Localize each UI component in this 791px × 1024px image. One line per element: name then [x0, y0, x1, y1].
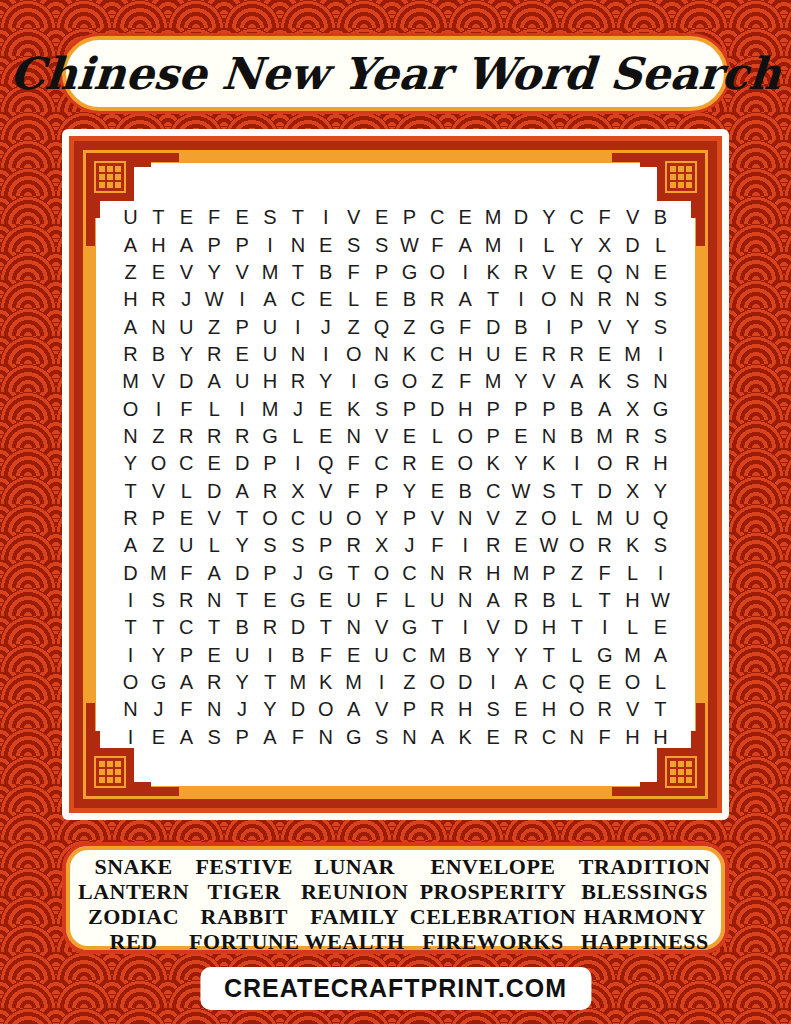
grid-cell[interactable]: D — [507, 204, 535, 231]
grid-cell[interactable]: C — [284, 286, 312, 313]
grid-cell[interactable]: N — [144, 313, 172, 340]
grid-cell[interactable]: O — [340, 341, 368, 368]
grid-cell[interactable]: I — [228, 395, 256, 422]
grid-cell[interactable]: L — [172, 477, 200, 504]
grid-cell[interactable]: Y — [563, 231, 591, 258]
grid-cell[interactable]: S — [535, 477, 563, 504]
grid-cell[interactable]: H — [451, 696, 479, 723]
grid-cell[interactable]: Z — [507, 505, 535, 532]
grid-cell[interactable]: O — [256, 505, 284, 532]
grid-cell[interactable]: F — [340, 259, 368, 286]
grid-cell[interactable]: U — [117, 204, 145, 231]
grid-cell[interactable]: A — [117, 231, 145, 258]
grid-cell[interactable]: P — [396, 696, 424, 723]
grid-cell[interactable]: F — [312, 642, 340, 669]
grid-cell[interactable]: P — [172, 642, 200, 669]
grid-cell[interactable]: G — [396, 614, 424, 641]
grid-cell[interactable]: N — [396, 724, 424, 751]
grid-cell[interactable]: T — [340, 559, 368, 586]
grid-cell[interactable]: G — [312, 559, 340, 586]
grid-cell[interactable]: R — [619, 423, 647, 450]
grid-cell[interactable]: U — [256, 313, 284, 340]
grid-cell[interactable]: I — [340, 368, 368, 395]
grid-cell[interactable]: L — [200, 395, 228, 422]
grid-cell[interactable]: D — [117, 559, 145, 586]
grid-cell[interactable]: C — [172, 450, 200, 477]
grid-cell[interactable]: V — [619, 696, 647, 723]
grid-cell[interactable]: H — [117, 286, 145, 313]
grid-cell[interactable]: S — [647, 423, 675, 450]
grid-cell[interactable]: T — [312, 614, 340, 641]
grid-cell[interactable]: T — [647, 696, 675, 723]
grid-cell[interactable]: R — [396, 450, 424, 477]
grid-cell[interactable]: L — [284, 423, 312, 450]
grid-cell[interactable]: R — [591, 286, 619, 313]
grid-cell[interactable]: E — [591, 669, 619, 696]
grid-cell[interactable]: O — [423, 259, 451, 286]
grid-cell[interactable]: N — [535, 423, 563, 450]
grid-cell[interactable]: G — [256, 423, 284, 450]
grid-cell[interactable]: N — [284, 231, 312, 258]
grid-cell[interactable]: T — [423, 614, 451, 641]
grid-cell[interactable]: L — [647, 669, 675, 696]
grid-cell[interactable]: C — [423, 204, 451, 231]
grid-cell[interactable]: S — [647, 532, 675, 559]
grid-cell[interactable]: O — [591, 450, 619, 477]
grid-cell[interactable]: C — [284, 505, 312, 532]
grid-cell[interactable]: E — [507, 696, 535, 723]
grid-cell[interactable]: R — [563, 341, 591, 368]
grid-cell[interactable]: A — [172, 669, 200, 696]
grid-cell[interactable]: O — [451, 423, 479, 450]
grid-cell[interactable]: U — [312, 505, 340, 532]
grid-cell[interactable]: E — [451, 204, 479, 231]
grid-cell[interactable]: X — [619, 395, 647, 422]
grid-cell[interactable]: A — [507, 669, 535, 696]
grid-cell[interactable]: O — [117, 395, 145, 422]
grid-cell[interactable]: R — [507, 259, 535, 286]
grid-cell[interactable]: A — [228, 477, 256, 504]
grid-cell[interactable]: E — [228, 341, 256, 368]
grid-cell[interactable]: B — [144, 341, 172, 368]
grid-cell[interactable]: Y — [507, 368, 535, 395]
grid-cell[interactable]: B — [312, 259, 340, 286]
grid-cell[interactable]: V — [368, 696, 396, 723]
grid-cell[interactable]: E — [647, 614, 675, 641]
grid-cell[interactable]: R — [172, 587, 200, 614]
grid-cell[interactable]: Y — [479, 642, 507, 669]
grid-cell[interactable]: F — [284, 724, 312, 751]
grid-cell[interactable]: R — [256, 477, 284, 504]
grid-cell[interactable]: E — [423, 477, 451, 504]
grid-cell[interactable]: U — [340, 587, 368, 614]
grid-cell[interactable]: P — [535, 559, 563, 586]
grid-cell[interactable]: Z — [200, 313, 228, 340]
grid-cell[interactable]: X — [368, 532, 396, 559]
grid-cell[interactable]: R — [507, 724, 535, 751]
grid-cell[interactable]: K — [619, 532, 647, 559]
grid-cell[interactable]: K — [591, 368, 619, 395]
grid-cell[interactable]: Q — [647, 505, 675, 532]
grid-cell[interactable]: I — [284, 313, 312, 340]
grid-cell[interactable]: H — [451, 341, 479, 368]
grid-cell[interactable]: I — [117, 587, 145, 614]
grid-cell[interactable]: K — [479, 450, 507, 477]
grid-cell[interactable]: C — [396, 642, 424, 669]
grid-cell[interactable]: V — [368, 614, 396, 641]
grid-cell[interactable]: D — [619, 231, 647, 258]
grid-cell[interactable]: I — [647, 341, 675, 368]
grid-cell[interactable]: A — [451, 286, 479, 313]
grid-cell[interactable]: L — [563, 505, 591, 532]
grid-cell[interactable]: E — [312, 286, 340, 313]
grid-cell[interactable]: U — [172, 313, 200, 340]
grid-cell[interactable]: Z — [144, 532, 172, 559]
grid-cell[interactable]: P — [479, 423, 507, 450]
grid-cell[interactable]: N — [451, 505, 479, 532]
grid-cell[interactable]: R — [507, 587, 535, 614]
grid-cell[interactable]: E — [340, 642, 368, 669]
grid-cell[interactable]: G — [396, 259, 424, 286]
grid-cell[interactable]: J — [284, 559, 312, 586]
grid-cell[interactable]: N — [200, 587, 228, 614]
grid-cell[interactable]: E — [172, 505, 200, 532]
grid-cell[interactable]: Q — [312, 450, 340, 477]
grid-cell[interactable]: W — [396, 231, 424, 258]
grid-cell[interactable]: X — [284, 477, 312, 504]
grid-cell[interactable]: V — [228, 259, 256, 286]
grid-cell[interactable]: G — [340, 724, 368, 751]
grid-cell[interactable]: E — [312, 423, 340, 450]
grid-cell[interactable]: C — [172, 614, 200, 641]
grid-cell[interactable]: P — [368, 477, 396, 504]
grid-cell[interactable]: B — [563, 395, 591, 422]
grid-cell[interactable]: F — [591, 724, 619, 751]
grid-cell[interactable]: O — [340, 505, 368, 532]
grid-cell[interactable]: I — [563, 450, 591, 477]
grid-cell[interactable]: E — [144, 724, 172, 751]
grid-cell[interactable]: M — [423, 642, 451, 669]
grid-cell[interactable]: W — [647, 587, 675, 614]
grid-cell[interactable]: E — [368, 204, 396, 231]
grid-cell[interactable]: R — [451, 559, 479, 586]
grid-cell[interactable]: F — [200, 204, 228, 231]
grid-cell[interactable]: P — [535, 395, 563, 422]
grid-cell[interactable]: J — [228, 696, 256, 723]
grid-cell[interactable]: V — [312, 477, 340, 504]
grid-cell[interactable]: I — [284, 450, 312, 477]
grid-cell[interactable]: T — [563, 477, 591, 504]
grid-cell[interactable]: I — [451, 259, 479, 286]
grid-cell[interactable]: E — [312, 231, 340, 258]
grid-cell[interactable]: O — [535, 286, 563, 313]
grid-cell[interactable]: C — [396, 559, 424, 586]
grid-cell[interactable]: U — [423, 587, 451, 614]
grid-cell[interactable]: F — [451, 313, 479, 340]
grid-cell[interactable]: J — [284, 395, 312, 422]
grid-cell[interactable]: I — [144, 395, 172, 422]
grid-cell[interactable]: P — [396, 505, 424, 532]
grid-cell[interactable]: K — [535, 450, 563, 477]
grid-cell[interactable]: Z — [423, 368, 451, 395]
grid-cell[interactable]: Y — [507, 450, 535, 477]
grid-cell[interactable]: C — [535, 724, 563, 751]
grid-cell[interactable]: I — [535, 313, 563, 340]
grid-cell[interactable]: B — [451, 477, 479, 504]
grid-cell[interactable]: S — [144, 587, 172, 614]
grid-cell[interactable]: Y — [396, 477, 424, 504]
grid-cell[interactable]: F — [591, 204, 619, 231]
grid-cell[interactable]: T — [117, 477, 145, 504]
grid-cell[interactable]: F — [451, 368, 479, 395]
grid-cell[interactable]: F — [340, 450, 368, 477]
grid-cell[interactable]: I — [479, 669, 507, 696]
grid-cell[interactable]: T — [144, 204, 172, 231]
grid-cell[interactable]: P — [228, 231, 256, 258]
grid-cell[interactable]: L — [563, 642, 591, 669]
grid-cell[interactable]: T — [256, 669, 284, 696]
grid-cell[interactable]: M — [619, 341, 647, 368]
grid-cell[interactable]: Y — [172, 341, 200, 368]
grid-cell[interactable]: Y — [368, 505, 396, 532]
grid-cell[interactable]: N — [563, 724, 591, 751]
grid-cell[interactable]: V — [619, 204, 647, 231]
grid-cell[interactable]: Z — [144, 423, 172, 450]
grid-cell[interactable]: B — [284, 642, 312, 669]
grid-cell[interactable]: Y — [144, 642, 172, 669]
grid-cell[interactable]: I — [117, 724, 145, 751]
grid-cell[interactable]: L — [563, 587, 591, 614]
grid-cell[interactable]: E — [312, 395, 340, 422]
grid-cell[interactable]: H — [619, 587, 647, 614]
grid-cell[interactable]: F — [368, 587, 396, 614]
grid-cell[interactable]: T — [228, 505, 256, 532]
grid-cell[interactable]: V — [479, 505, 507, 532]
grid-cell[interactable]: H — [451, 395, 479, 422]
grid-cell[interactable]: Z — [117, 259, 145, 286]
grid-cell[interactable]: D — [284, 614, 312, 641]
grid-cell[interactable]: E — [172, 204, 200, 231]
grid-cell[interactable]: R — [117, 505, 145, 532]
grid-cell[interactable]: O — [535, 505, 563, 532]
grid-cell[interactable]: O — [563, 532, 591, 559]
grid-cell[interactable]: E — [368, 286, 396, 313]
grid-cell[interactable]: D — [228, 450, 256, 477]
grid-cell[interactable]: C — [479, 477, 507, 504]
grid-cell[interactable]: N — [340, 614, 368, 641]
grid-cell[interactable]: R — [144, 286, 172, 313]
grid-cell[interactable]: P — [228, 313, 256, 340]
grid-cell[interactable]: L — [340, 286, 368, 313]
grid-cell[interactable]: D — [172, 368, 200, 395]
grid-cell[interactable]: N — [340, 423, 368, 450]
grid-cell[interactable]: R — [200, 423, 228, 450]
grid-cell[interactable]: L — [619, 559, 647, 586]
grid-cell[interactable]: T — [117, 614, 145, 641]
grid-cell[interactable]: H — [619, 724, 647, 751]
grid-cell[interactable]: L — [619, 614, 647, 641]
grid-cell[interactable]: P — [368, 259, 396, 286]
grid-cell[interactable]: T — [228, 587, 256, 614]
grid-cell[interactable]: E — [563, 259, 591, 286]
grid-cell[interactable]: K — [451, 724, 479, 751]
grid-cell[interactable]: K — [312, 669, 340, 696]
grid-cell[interactable]: B — [228, 614, 256, 641]
grid-cell[interactable]: S — [368, 231, 396, 258]
grid-cell[interactable]: K — [396, 341, 424, 368]
grid-cell[interactable]: M — [256, 395, 284, 422]
grid-cell[interactable]: L — [647, 231, 675, 258]
grid-cell[interactable]: I — [228, 286, 256, 313]
grid-cell[interactable]: I — [591, 614, 619, 641]
grid-cell[interactable]: H — [479, 559, 507, 586]
grid-cell[interactable]: F — [423, 231, 451, 258]
grid-cell[interactable]: R — [228, 423, 256, 450]
grid-cell[interactable]: E — [591, 341, 619, 368]
grid-cell[interactable]: U — [256, 341, 284, 368]
grid-cell[interactable]: W — [507, 477, 535, 504]
grid-cell[interactable]: E — [507, 423, 535, 450]
grid-cell[interactable]: T — [563, 614, 591, 641]
grid-cell[interactable]: N — [423, 559, 451, 586]
grid-cell[interactable]: E — [144, 259, 172, 286]
grid-cell[interactable]: E — [256, 587, 284, 614]
grid-cell[interactable]: N — [619, 259, 647, 286]
grid-cell[interactable]: F — [172, 696, 200, 723]
grid-cell[interactable]: E — [200, 642, 228, 669]
grid-cell[interactable]: T — [284, 259, 312, 286]
grid-cell[interactable]: I — [647, 559, 675, 586]
grid-cell[interactable]: F — [172, 559, 200, 586]
grid-cell[interactable]: A — [172, 724, 200, 751]
grid-cell[interactable]: O — [368, 559, 396, 586]
grid-cell[interactable]: O — [563, 696, 591, 723]
grid-cell[interactable]: M — [619, 642, 647, 669]
grid-cell[interactable]: F — [172, 395, 200, 422]
grid-cell[interactable]: B — [535, 587, 563, 614]
grid-cell[interactable]: I — [256, 231, 284, 258]
grid-cell[interactable]: E — [423, 450, 451, 477]
grid-cell[interactable]: I — [451, 614, 479, 641]
grid-cell[interactable]: L — [396, 587, 424, 614]
grid-cell[interactable]: G — [284, 587, 312, 614]
grid-cell[interactable]: S — [340, 231, 368, 258]
grid-cell[interactable]: P — [256, 450, 284, 477]
grid-cell[interactable]: Z — [396, 669, 424, 696]
grid-cell[interactable]: V — [479, 614, 507, 641]
grid-cell[interactable]: Y — [256, 696, 284, 723]
grid-cell[interactable]: R — [535, 341, 563, 368]
grid-cell[interactable]: M — [144, 559, 172, 586]
grid-cell[interactable]: D — [284, 696, 312, 723]
grid-cell[interactable]: N — [619, 286, 647, 313]
grid-cell[interactable]: B — [396, 286, 424, 313]
grid-cell[interactable]: P — [396, 395, 424, 422]
grid-cell[interactable]: M — [117, 368, 145, 395]
grid-cell[interactable]: A — [200, 368, 228, 395]
grid-cell[interactable]: B — [647, 204, 675, 231]
grid-cell[interactable]: J — [144, 696, 172, 723]
grid-cell[interactable]: V — [423, 505, 451, 532]
grid-cell[interactable]: P — [563, 313, 591, 340]
grid-cell[interactable]: Y — [228, 669, 256, 696]
grid-cell[interactable]: C — [535, 669, 563, 696]
grid-cell[interactable]: V — [200, 505, 228, 532]
grid-cell[interactable]: I — [117, 642, 145, 669]
grid-cell[interactable]: G — [368, 368, 396, 395]
grid-cell[interactable]: B — [507, 313, 535, 340]
grid-cell[interactable]: M — [507, 559, 535, 586]
grid-cell[interactable]: P — [479, 395, 507, 422]
grid-cell[interactable]: S — [647, 313, 675, 340]
grid-cell[interactable]: A — [117, 532, 145, 559]
grid-cell[interactable]: U — [228, 368, 256, 395]
grid-cell[interactable]: E — [507, 341, 535, 368]
grid-cell[interactable]: D — [228, 559, 256, 586]
grid-cell[interactable]: D — [423, 395, 451, 422]
grid-cell[interactable]: S — [368, 724, 396, 751]
grid-cell[interactable]: A — [256, 286, 284, 313]
grid-cell[interactable]: E — [312, 587, 340, 614]
grid-cell[interactable]: M — [591, 505, 619, 532]
grid-cell[interactable]: W — [200, 286, 228, 313]
grid-cell[interactable]: I — [256, 642, 284, 669]
grid-cell[interactable]: S — [479, 696, 507, 723]
grid-cell[interactable]: T — [144, 614, 172, 641]
grid-cell[interactable]: Y — [200, 259, 228, 286]
grid-cell[interactable]: D — [479, 313, 507, 340]
grid-cell[interactable]: Q — [591, 259, 619, 286]
grid-cell[interactable]: A — [563, 368, 591, 395]
grid-cell[interactable]: O — [312, 696, 340, 723]
grid-cell[interactable]: T — [200, 614, 228, 641]
grid-cell[interactable]: M — [284, 669, 312, 696]
grid-cell[interactable]: Y — [647, 477, 675, 504]
grid-cell[interactable]: Y — [619, 313, 647, 340]
grid-cell[interactable]: P — [396, 204, 424, 231]
grid-cell[interactable]: H — [256, 368, 284, 395]
grid-cell[interactable]: V — [144, 477, 172, 504]
grid-cell[interactable]: M — [340, 669, 368, 696]
grid-cell[interactable]: T — [479, 286, 507, 313]
grid-cell[interactable]: P — [256, 559, 284, 586]
grid-cell[interactable]: M — [256, 259, 284, 286]
grid-cell[interactable]: U — [619, 505, 647, 532]
grid-cell[interactable]: R — [256, 614, 284, 641]
grid-cell[interactable]: R — [423, 696, 451, 723]
grid-cell[interactable]: I — [507, 286, 535, 313]
grid-cell[interactable]: L — [535, 231, 563, 258]
grid-cell[interactable]: R — [340, 532, 368, 559]
grid-cell[interactable]: N — [647, 368, 675, 395]
grid-cell[interactable]: D — [591, 477, 619, 504]
grid-cell[interactable]: M — [479, 368, 507, 395]
grid-cell[interactable]: V — [172, 259, 200, 286]
grid-cell[interactable]: T — [284, 204, 312, 231]
grid-cell[interactable]: S — [619, 368, 647, 395]
grid-cell[interactable]: Y — [312, 368, 340, 395]
grid-cell[interactable]: Q — [563, 669, 591, 696]
grid-cell[interactable]: R — [591, 532, 619, 559]
grid-cell[interactable]: E — [647, 259, 675, 286]
grid-cell[interactable]: S — [200, 724, 228, 751]
grid-cell[interactable]: S — [284, 532, 312, 559]
grid-cell[interactable]: H — [535, 614, 563, 641]
grid-cell[interactable]: N — [117, 696, 145, 723]
grid-cell[interactable]: C — [563, 204, 591, 231]
grid-cell[interactable]: S — [256, 204, 284, 231]
grid-cell[interactable]: A — [172, 231, 200, 258]
